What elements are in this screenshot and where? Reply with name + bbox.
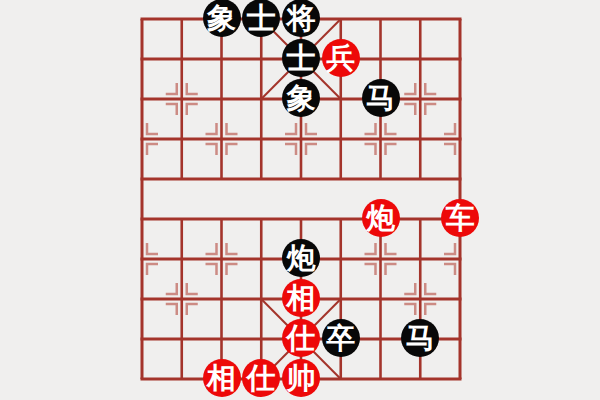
piece-black-horse[interactable]: 马 <box>401 319 439 357</box>
piece-red-soldier[interactable]: 兵 <box>322 39 360 77</box>
intersection-cell: 士 <box>241 0 281 39</box>
intersection-cell: 炮 <box>361 199 401 239</box>
piece-black-general[interactable]: 将 <box>282 0 320 37</box>
intersection-cell: 仕 <box>241 359 281 399</box>
intersection-cell: 兵 <box>321 39 361 79</box>
xiangqi-board: 象士将士兵象马炮车炮相仕卒马相仕帅 <box>0 0 600 400</box>
piece-red-cannon[interactable]: 炮 <box>362 199 400 237</box>
piece-black-elephant[interactable]: 象 <box>203 0 241 37</box>
piece-black-elephant[interactable]: 象 <box>282 79 320 117</box>
piece-black-advisor[interactable]: 士 <box>282 39 320 77</box>
intersection-cell: 仕 <box>281 319 321 359</box>
piece-black-cannon[interactable]: 炮 <box>282 239 320 277</box>
piece-red-elephant[interactable]: 相 <box>282 279 320 317</box>
piece-red-chariot[interactable]: 车 <box>441 199 479 237</box>
intersection-cell: 相 <box>202 359 242 399</box>
piece-black-advisor[interactable]: 士 <box>242 0 280 37</box>
piece-black-soldier[interactable]: 卒 <box>322 319 360 357</box>
intersection-cell: 象 <box>281 79 321 119</box>
intersection-cell: 象 <box>202 0 242 39</box>
intersection-cell: 相 <box>281 279 321 319</box>
piece-red-advisor[interactable]: 仕 <box>242 359 280 397</box>
intersection-cell: 车 <box>440 199 480 239</box>
intersection-cell: 将 <box>281 0 321 39</box>
intersection-cell: 士 <box>281 39 321 79</box>
intersection-cell: 马 <box>400 319 440 359</box>
piece-red-elephant[interactable]: 相 <box>203 359 241 397</box>
piece-black-horse[interactable]: 马 <box>362 79 400 117</box>
intersection-cell: 卒 <box>321 319 361 359</box>
piece-red-general[interactable]: 帅 <box>282 359 320 397</box>
intersection-cell: 马 <box>361 79 401 119</box>
intersection-cell: 炮 <box>281 239 321 279</box>
piece-red-advisor[interactable]: 仕 <box>282 319 320 357</box>
pieces-layer: 象士将士兵象马炮车炮相仕卒马相仕帅 <box>122 0 480 399</box>
intersection-cell: 帅 <box>281 359 321 399</box>
